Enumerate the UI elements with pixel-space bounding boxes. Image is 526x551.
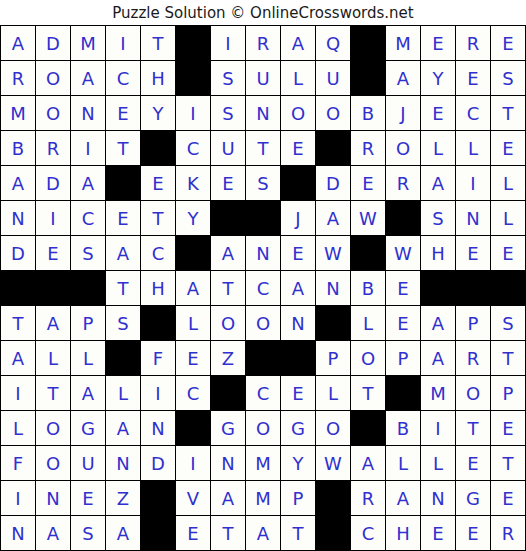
cell-r6c5: T — [141, 201, 175, 235]
cell-r5c2: D — [36, 166, 70, 200]
cell-r12c4: A — [106, 411, 140, 445]
cell-r4c2: R — [36, 131, 70, 165]
black-cell-r1c11 — [351, 26, 385, 60]
cell-r1c15: E — [491, 26, 525, 60]
cell-r10c6: E — [176, 341, 210, 375]
cell-r2c4: C — [106, 61, 140, 95]
cell-r15c8: A — [246, 516, 280, 550]
black-cell-r10c4 — [106, 341, 140, 375]
crossword-grid: ADMITIRAQMEREROACHSULUAYESMONEYISNOOBJEC… — [0, 25, 526, 551]
cell-r8c6: A — [176, 271, 210, 305]
cell-r14c13: N — [421, 481, 455, 515]
cell-r13c4: N — [106, 446, 140, 480]
cell-r13c15: T — [491, 446, 525, 480]
cell-r6c1: N — [1, 201, 35, 235]
cell-r7c15: E — [491, 236, 525, 270]
cell-r2c2: O — [36, 61, 70, 95]
cell-r5c3: A — [71, 166, 105, 200]
cell-r4c8: T — [246, 131, 280, 165]
cell-r3c10: O — [316, 96, 350, 130]
cell-r3c5: Y — [141, 96, 175, 130]
cell-r2c10: U — [316, 61, 350, 95]
black-cell-r10c8 — [246, 341, 280, 375]
cell-r11c1: I — [1, 376, 35, 410]
cell-r15c9: T — [281, 516, 315, 550]
cell-r10c14: R — [456, 341, 490, 375]
cell-r7c4: A — [106, 236, 140, 270]
cell-r5c1: A — [1, 166, 35, 200]
cell-r9c1: T — [1, 306, 35, 340]
black-cell-r9c5 — [141, 306, 175, 340]
cell-r13c13: L — [421, 446, 455, 480]
cell-r13c1: F — [1, 446, 35, 480]
cell-r9c8: O — [246, 306, 280, 340]
cell-r3c3: N — [71, 96, 105, 130]
cell-r14c14: G — [456, 481, 490, 515]
cell-r10c5: F — [141, 341, 175, 375]
cell-r13c12: L — [386, 446, 420, 480]
cell-r2c12: A — [386, 61, 420, 95]
cell-r15c4: A — [106, 516, 140, 550]
cell-r5c12: R — [386, 166, 420, 200]
cell-r8c9: A — [281, 271, 315, 305]
cell-r9c2: A — [36, 306, 70, 340]
cell-r1c1: A — [1, 26, 35, 60]
cell-r5c14: I — [456, 166, 490, 200]
cell-r1c10: Q — [316, 26, 350, 60]
cell-r10c7: Z — [211, 341, 245, 375]
cell-r3c4: E — [106, 96, 140, 130]
cell-r9c11: L — [351, 306, 385, 340]
puzzle-title: Puzzle Solution © OnlineCrosswords.net — [0, 0, 526, 25]
cell-r12c12: B — [386, 411, 420, 445]
black-cell-r8c3 — [71, 271, 105, 305]
cell-r8c11: B — [351, 271, 385, 305]
black-cell-r6c8 — [246, 201, 280, 235]
cell-r3c14: C — [456, 96, 490, 130]
cell-r2c15: S — [491, 61, 525, 95]
black-cell-r4c10 — [316, 131, 350, 165]
black-cell-r8c2 — [36, 271, 70, 305]
cell-r5c15: L — [491, 166, 525, 200]
cell-r2c14: E — [456, 61, 490, 95]
cell-r3c1: M — [1, 96, 35, 130]
cell-r12c15: E — [491, 411, 525, 445]
cell-r1c4: I — [106, 26, 140, 60]
cell-r10c2: L — [36, 341, 70, 375]
cell-r6c15: L — [491, 201, 525, 235]
cell-r14c9: P — [281, 481, 315, 515]
cell-r5c8: S — [246, 166, 280, 200]
cell-r12c10: O — [316, 411, 350, 445]
black-cell-r15c5 — [141, 516, 175, 550]
cell-r13c11: A — [351, 446, 385, 480]
black-cell-r8c15 — [491, 271, 525, 305]
cell-r4c6: C — [176, 131, 210, 165]
cell-r12c14: T — [456, 411, 490, 445]
cell-r15c14: E — [456, 516, 490, 550]
cell-r2c1: R — [1, 61, 35, 95]
cell-r7c13: H — [421, 236, 455, 270]
cell-r2c5: H — [141, 61, 175, 95]
cell-r13c9: Y — [281, 446, 315, 480]
cell-r6c13: S — [421, 201, 455, 235]
cell-r8c5: H — [141, 271, 175, 305]
cell-r1c5: T — [141, 26, 175, 60]
cell-r6c10: A — [316, 201, 350, 235]
cell-r9c14: P — [456, 306, 490, 340]
cell-r7c12: W — [386, 236, 420, 270]
cell-r5c13: A — [421, 166, 455, 200]
cell-r15c12: H — [386, 516, 420, 550]
black-cell-r8c1 — [1, 271, 35, 305]
cell-r9c3: P — [71, 306, 105, 340]
cell-r8c8: C — [246, 271, 280, 305]
cell-r6c2: I — [36, 201, 70, 235]
cell-r13c5: D — [141, 446, 175, 480]
cell-r3c7: S — [211, 96, 245, 130]
cell-r10c11: O — [351, 341, 385, 375]
cell-r15c6: E — [176, 516, 210, 550]
cell-r4c15: E — [491, 131, 525, 165]
cell-r2c7: S — [211, 61, 245, 95]
cell-r8c7: T — [211, 271, 245, 305]
cell-r3c13: E — [421, 96, 455, 130]
cell-r15c13: E — [421, 516, 455, 550]
cell-r9c15: S — [491, 306, 525, 340]
black-cell-r4c5 — [141, 131, 175, 165]
cell-r1c3: M — [71, 26, 105, 60]
cell-r3c2: O — [36, 96, 70, 130]
cell-r12c8: O — [246, 411, 280, 445]
cell-r14c12: A — [386, 481, 420, 515]
black-cell-r2c6 — [176, 61, 210, 95]
cell-r4c12: O — [386, 131, 420, 165]
black-cell-r5c9 — [281, 166, 315, 200]
cell-r6c4: E — [106, 201, 140, 235]
cell-r1c2: D — [36, 26, 70, 60]
black-cell-r15c10 — [316, 516, 350, 550]
cell-r7c9: E — [281, 236, 315, 270]
cell-r6c9: J — [281, 201, 315, 235]
cell-r11c6: C — [176, 376, 210, 410]
cell-r12c7: G — [211, 411, 245, 445]
cell-r13c6: I — [176, 446, 210, 480]
cell-r11c10: L — [316, 376, 350, 410]
black-cell-r2c11 — [351, 61, 385, 95]
cell-r3c15: T — [491, 96, 525, 130]
cell-r15c7: T — [211, 516, 245, 550]
cell-r4c9: E — [281, 131, 315, 165]
cell-r10c15: T — [491, 341, 525, 375]
cell-r14c11: R — [351, 481, 385, 515]
cell-r2c9: L — [281, 61, 315, 95]
cell-r9c6: L — [176, 306, 210, 340]
cell-r6c11: W — [351, 201, 385, 235]
cell-r7c1: D — [1, 236, 35, 270]
cell-r7c3: S — [71, 236, 105, 270]
cell-r11c15: P — [491, 376, 525, 410]
cell-r12c1: L — [1, 411, 35, 445]
cell-r7c7: A — [211, 236, 245, 270]
cell-r1c13: E — [421, 26, 455, 60]
cell-r11c2: T — [36, 376, 70, 410]
cell-r14c8: M — [246, 481, 280, 515]
cell-r3c11: B — [351, 96, 385, 130]
cell-r1c14: R — [456, 26, 490, 60]
cell-r11c9: E — [281, 376, 315, 410]
cell-r11c13: M — [421, 376, 455, 410]
cell-r14c7: A — [211, 481, 245, 515]
black-cell-r7c6 — [176, 236, 210, 270]
cell-r1c9: A — [281, 26, 315, 60]
cell-r4c1: B — [1, 131, 35, 165]
cell-r8c12: E — [386, 271, 420, 305]
cell-r2c8: U — [246, 61, 280, 95]
cell-r13c7: N — [211, 446, 245, 480]
cell-r7c8: N — [246, 236, 280, 270]
cell-r11c8: C — [246, 376, 280, 410]
cell-r9c12: E — [386, 306, 420, 340]
cell-r1c12: M — [386, 26, 420, 60]
cell-r10c3: L — [71, 341, 105, 375]
cell-r14c4: Z — [106, 481, 140, 515]
cell-r9c9: N — [281, 306, 315, 340]
cell-r13c14: E — [456, 446, 490, 480]
cell-r12c3: G — [71, 411, 105, 445]
cell-r4c4: T — [106, 131, 140, 165]
black-cell-r11c7 — [211, 376, 245, 410]
cell-r3c12: J — [386, 96, 420, 130]
cell-r7c14: E — [456, 236, 490, 270]
cell-r5c10: D — [316, 166, 350, 200]
cell-r2c13: Y — [421, 61, 455, 95]
black-cell-r14c10 — [316, 481, 350, 515]
cell-r4c7: U — [211, 131, 245, 165]
cell-r5c11: E — [351, 166, 385, 200]
black-cell-r7c11 — [351, 236, 385, 270]
black-cell-r12c11 — [351, 411, 385, 445]
cell-r6c3: C — [71, 201, 105, 235]
cell-r4c3: I — [71, 131, 105, 165]
black-cell-r12c6 — [176, 411, 210, 445]
cell-r2c3: A — [71, 61, 105, 95]
cell-r11c11: T — [351, 376, 385, 410]
cell-r5c5: E — [141, 166, 175, 200]
cell-r11c14: O — [456, 376, 490, 410]
cell-r11c3: A — [71, 376, 105, 410]
cell-r1c7: I — [211, 26, 245, 60]
black-cell-r1c6 — [176, 26, 210, 60]
cell-r10c1: A — [1, 341, 35, 375]
black-cell-r11c12 — [386, 376, 420, 410]
cell-r3c9: O — [281, 96, 315, 130]
cell-r13c2: O — [36, 446, 70, 480]
cell-r3c8: N — [246, 96, 280, 130]
cell-r15c11: C — [351, 516, 385, 550]
cell-r15c2: A — [36, 516, 70, 550]
cell-r11c5: I — [141, 376, 175, 410]
cell-r14c3: E — [71, 481, 105, 515]
cell-r13c3: U — [71, 446, 105, 480]
black-cell-r6c12 — [386, 201, 420, 235]
cell-r14c15: E — [491, 481, 525, 515]
cell-r11c4: L — [106, 376, 140, 410]
cell-r6c6: Y — [176, 201, 210, 235]
cell-r13c10: W — [316, 446, 350, 480]
black-cell-r6c7 — [211, 201, 245, 235]
cell-r8c10: N — [316, 271, 350, 305]
cell-r15c3: S — [71, 516, 105, 550]
black-cell-r8c13 — [421, 271, 455, 305]
cell-r9c13: A — [421, 306, 455, 340]
black-cell-r9c10 — [316, 306, 350, 340]
cell-r4c14: L — [456, 131, 490, 165]
cell-r10c13: A — [421, 341, 455, 375]
cell-r7c2: E — [36, 236, 70, 270]
cell-r10c10: P — [316, 341, 350, 375]
cell-r12c9: G — [281, 411, 315, 445]
cell-r5c6: K — [176, 166, 210, 200]
black-cell-r5c4 — [106, 166, 140, 200]
cell-r15c15: R — [491, 516, 525, 550]
cell-r5c7: E — [211, 166, 245, 200]
cell-r4c11: R — [351, 131, 385, 165]
cell-r10c12: P — [386, 341, 420, 375]
cell-r14c2: N — [36, 481, 70, 515]
cell-r3c6: I — [176, 96, 210, 130]
cell-r12c5: N — [141, 411, 175, 445]
cell-r8c4: T — [106, 271, 140, 305]
cell-r7c5: C — [141, 236, 175, 270]
cell-r7c10: W — [316, 236, 350, 270]
cell-r14c6: V — [176, 481, 210, 515]
cell-r9c7: O — [211, 306, 245, 340]
cell-r1c8: R — [246, 26, 280, 60]
cell-r12c13: I — [421, 411, 455, 445]
cell-r4c13: L — [421, 131, 455, 165]
cell-r9c4: S — [106, 306, 140, 340]
puzzle-solution-page: Puzzle Solution © OnlineCrosswords.net A… — [0, 0, 526, 551]
cell-r14c1: I — [1, 481, 35, 515]
cell-r6c14: N — [456, 201, 490, 235]
black-cell-r8c14 — [456, 271, 490, 305]
cell-r12c2: O — [36, 411, 70, 445]
black-cell-r14c5 — [141, 481, 175, 515]
cell-r13c8: M — [246, 446, 280, 480]
black-cell-r10c9 — [281, 341, 315, 375]
cell-r15c1: N — [1, 516, 35, 550]
